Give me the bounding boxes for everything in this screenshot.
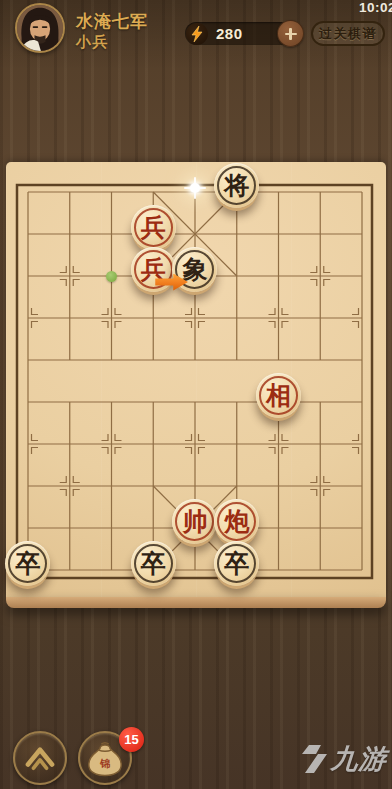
piece-glyph: 相 xyxy=(256,373,301,418)
level-title: 水淹七军 xyxy=(76,11,148,32)
piece-layer: 将兵兵象相帅炮卒卒卒 xyxy=(7,171,383,591)
piece-black-soldier[interactable]: 卒 xyxy=(131,541,176,586)
lightning-icon xyxy=(186,23,208,45)
avatar[interactable] xyxy=(15,3,65,53)
piece-glyph: 卒 xyxy=(131,541,176,586)
piece-glyph: 卒 xyxy=(214,541,259,586)
hint-count-badge: 15 xyxy=(119,727,144,752)
last-move-dot xyxy=(106,271,117,282)
piece-red-cannon[interactable]: 炮 xyxy=(214,499,259,544)
watermark-text: 九游 xyxy=(330,741,389,777)
piece-black-soldier[interactable]: 卒 xyxy=(214,541,259,586)
piece-glyph: 兵 xyxy=(131,205,176,250)
level-titles: 水淹七军 小兵 xyxy=(76,11,148,51)
avatar-portrait xyxy=(17,5,63,51)
hint-bag-button[interactable]: 锦 15 xyxy=(78,731,132,785)
board-edge xyxy=(6,597,386,608)
move-origin-glow xyxy=(190,183,200,193)
svg-text:锦: 锦 xyxy=(99,757,110,769)
xiangqi-board[interactable]: 将兵兵象相帅炮卒卒卒 xyxy=(6,162,386,597)
chevron-up-icon xyxy=(15,733,65,783)
piece-glyph: 卒 xyxy=(5,541,50,586)
watermark-9game: 九游 xyxy=(299,741,387,777)
stage-record-button[interactable]: 过关棋谱 xyxy=(311,21,385,46)
add-energy-button[interactable] xyxy=(277,20,304,47)
piece-red-general[interactable]: 帅 xyxy=(172,499,217,544)
game-screen: 10:02 水淹七军 小兵 280 xyxy=(0,0,392,789)
piece-glyph: 炮 xyxy=(214,499,259,544)
piece-glyph: 帅 xyxy=(172,499,217,544)
9game-logo-icon xyxy=(299,743,329,775)
piece-glyph: 将 xyxy=(214,163,259,208)
piece-red-elephant[interactable]: 相 xyxy=(256,373,301,418)
piece-black-general[interactable]: 将 xyxy=(214,163,259,208)
top-bar: 水淹七军 小兵 280 过关棋谱 xyxy=(0,0,392,60)
energy-value: 280 xyxy=(216,22,243,45)
status-clock: 10:02 xyxy=(359,0,392,15)
collapse-button[interactable] xyxy=(13,731,67,785)
energy-pill: 280 xyxy=(185,22,303,45)
piece-black-soldier[interactable]: 卒 xyxy=(5,541,50,586)
level-subtitle: 小兵 xyxy=(76,32,148,51)
piece-red-soldier[interactable]: 兵 xyxy=(131,205,176,250)
